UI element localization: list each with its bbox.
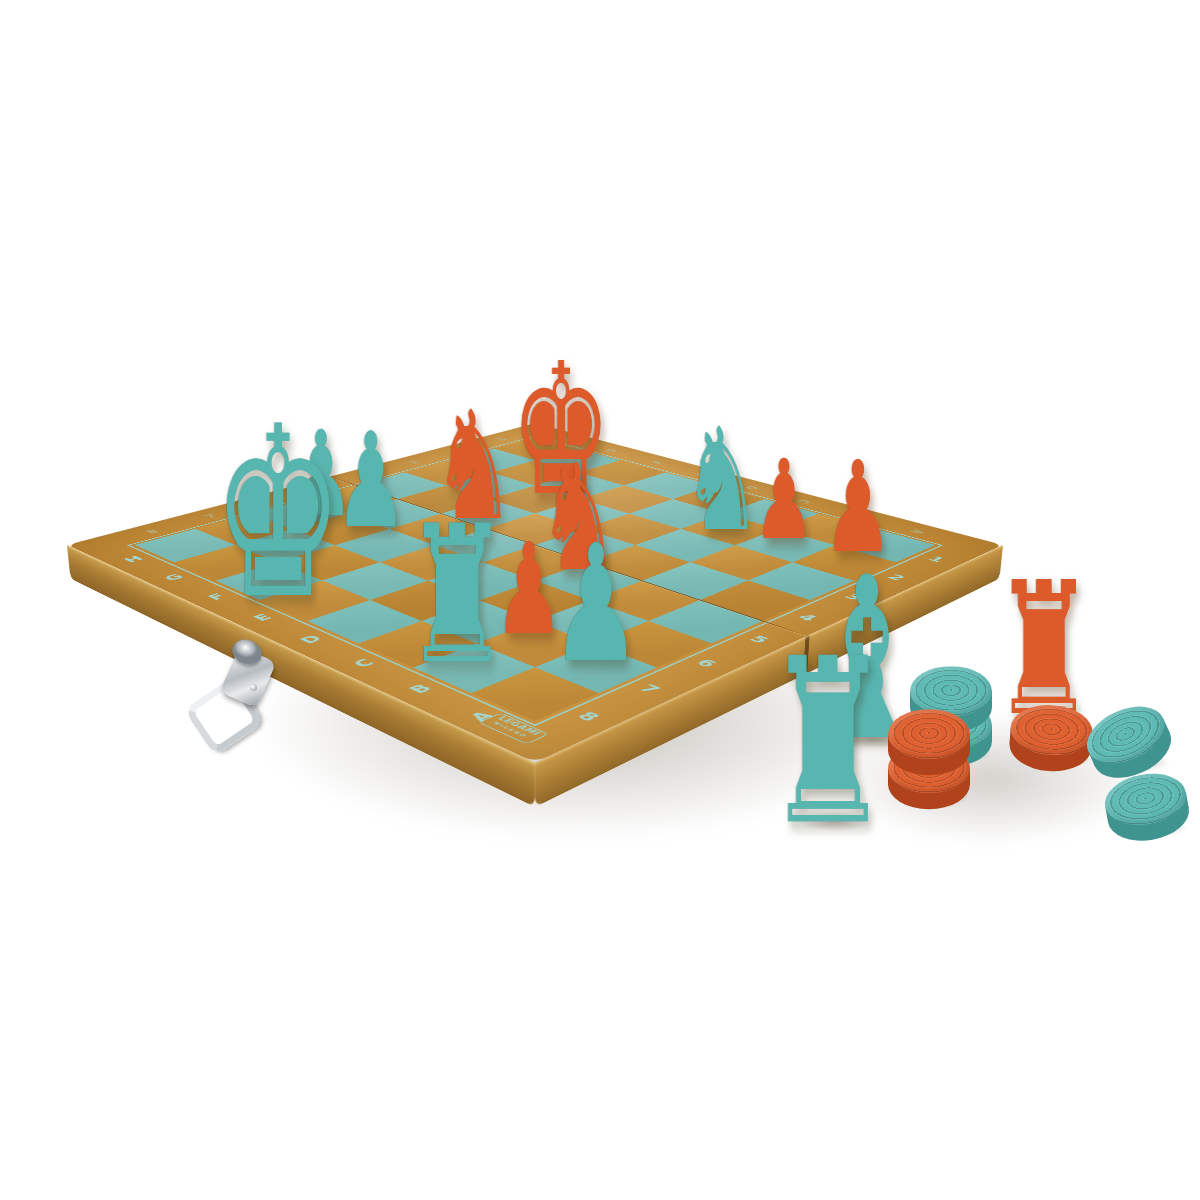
checker-orange-stack1	[888, 709, 970, 775]
piece-teal-rook-b8: ♜	[404, 501, 510, 691]
checker-face	[888, 709, 970, 759]
piece-teal-pawn-a7: ♟	[551, 523, 641, 685]
pieces-layer: ♚♟♞♟♞♟♟♞♚♟♟♜♜♝♜	[0, 0, 1200, 1200]
piece-teal-king-f8: ♚	[212, 396, 343, 632]
checker-orange	[1008, 702, 1094, 774]
piece-teal-rook-offboard: ♜	[765, 628, 892, 856]
checker-teal	[1101, 768, 1193, 847]
product-photo: HHGGFFEEDDCCBBAA8877665544332211 LEGAMI …	[0, 0, 1200, 1200]
piece-teal-pawn-g6: ♟	[335, 415, 408, 546]
piece-teal-knight-c3: ♞	[683, 409, 762, 551]
